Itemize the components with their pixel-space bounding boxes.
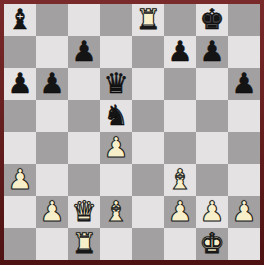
- square-f2[interactable]: ♟: [164, 196, 196, 228]
- piece-black-bishop[interactable]: ♝: [4, 4, 36, 36]
- square-g5[interactable]: [196, 100, 228, 132]
- square-b1[interactable]: [36, 228, 68, 260]
- piece-white-pawn[interactable]: ♟: [4, 164, 36, 196]
- square-d2[interactable]: ♝: [100, 196, 132, 228]
- square-h1[interactable]: [228, 228, 260, 260]
- square-e7[interactable]: [132, 36, 164, 68]
- square-f8[interactable]: [164, 4, 196, 36]
- square-b6[interactable]: ♟: [36, 68, 68, 100]
- square-e3[interactable]: [132, 164, 164, 196]
- square-e4[interactable]: [132, 132, 164, 164]
- square-b2[interactable]: ♟: [36, 196, 68, 228]
- chess-board: ♝♜♚♟♟♟♟♟♛♟♞♟♟♝♟♛♝♟♟♟♜♚: [4, 4, 260, 260]
- square-g1[interactable]: ♚: [196, 228, 228, 260]
- square-e2[interactable]: [132, 196, 164, 228]
- square-b8[interactable]: [36, 4, 68, 36]
- piece-white-queen[interactable]: ♛: [68, 196, 100, 228]
- square-a7[interactable]: [4, 36, 36, 68]
- square-g8[interactable]: ♚: [196, 4, 228, 36]
- piece-white-pawn[interactable]: ♟: [196, 196, 228, 228]
- piece-black-pawn[interactable]: ♟: [36, 68, 68, 100]
- square-f1[interactable]: [164, 228, 196, 260]
- square-c5[interactable]: [68, 100, 100, 132]
- piece-white-rook[interactable]: ♜: [68, 228, 100, 260]
- square-c3[interactable]: [68, 164, 100, 196]
- square-g7[interactable]: ♟: [196, 36, 228, 68]
- square-e8[interactable]: ♜: [132, 4, 164, 36]
- square-d1[interactable]: [100, 228, 132, 260]
- square-d8[interactable]: [100, 4, 132, 36]
- square-b4[interactable]: [36, 132, 68, 164]
- piece-white-king[interactable]: ♚: [196, 228, 228, 260]
- square-e5[interactable]: [132, 100, 164, 132]
- square-h4[interactable]: [228, 132, 260, 164]
- square-d5[interactable]: ♞: [100, 100, 132, 132]
- square-b3[interactable]: [36, 164, 68, 196]
- square-c2[interactable]: ♛: [68, 196, 100, 228]
- piece-black-pawn[interactable]: ♟: [228, 68, 260, 100]
- square-h7[interactable]: [228, 36, 260, 68]
- square-g3[interactable]: [196, 164, 228, 196]
- square-a1[interactable]: [4, 228, 36, 260]
- square-f7[interactable]: ♟: [164, 36, 196, 68]
- square-f6[interactable]: [164, 68, 196, 100]
- square-b7[interactable]: [36, 36, 68, 68]
- square-g6[interactable]: [196, 68, 228, 100]
- square-b5[interactable]: [36, 100, 68, 132]
- square-d6[interactable]: ♛: [100, 68, 132, 100]
- square-h6[interactable]: ♟: [228, 68, 260, 100]
- piece-white-pawn[interactable]: ♟: [36, 196, 68, 228]
- square-g2[interactable]: ♟: [196, 196, 228, 228]
- square-d3[interactable]: [100, 164, 132, 196]
- square-d4[interactable]: ♟: [100, 132, 132, 164]
- square-h8[interactable]: [228, 4, 260, 36]
- square-h2[interactable]: ♟: [228, 196, 260, 228]
- piece-white-pawn[interactable]: ♟: [100, 132, 132, 164]
- piece-white-bishop[interactable]: ♝: [100, 196, 132, 228]
- square-h5[interactable]: [228, 100, 260, 132]
- square-h3[interactable]: [228, 164, 260, 196]
- square-g4[interactable]: [196, 132, 228, 164]
- square-c6[interactable]: [68, 68, 100, 100]
- piece-black-pawn[interactable]: ♟: [164, 36, 196, 68]
- square-e1[interactable]: [132, 228, 164, 260]
- square-f5[interactable]: [164, 100, 196, 132]
- piece-black-pawn[interactable]: ♟: [196, 36, 228, 68]
- square-c8[interactable]: [68, 4, 100, 36]
- piece-white-bishop[interactable]: ♝: [164, 164, 196, 196]
- piece-white-rook[interactable]: ♜: [132, 4, 164, 36]
- square-a2[interactable]: [4, 196, 36, 228]
- piece-white-pawn[interactable]: ♟: [228, 196, 260, 228]
- piece-black-queen[interactable]: ♛: [100, 68, 132, 100]
- square-c4[interactable]: [68, 132, 100, 164]
- square-d7[interactable]: [100, 36, 132, 68]
- square-c1[interactable]: ♜: [68, 228, 100, 260]
- square-a4[interactable]: [4, 132, 36, 164]
- square-a3[interactable]: ♟: [4, 164, 36, 196]
- square-a5[interactable]: [4, 100, 36, 132]
- square-e6[interactable]: [132, 68, 164, 100]
- piece-black-pawn[interactable]: ♟: [4, 68, 36, 100]
- square-a8[interactable]: ♝: [4, 4, 36, 36]
- board-frame: ♝♜♚♟♟♟♟♟♛♟♞♟♟♝♟♛♝♟♟♟♜♚: [0, 0, 264, 265]
- piece-black-pawn[interactable]: ♟: [68, 36, 100, 68]
- square-c7[interactable]: ♟: [68, 36, 100, 68]
- piece-black-knight[interactable]: ♞: [100, 100, 132, 132]
- piece-black-king[interactable]: ♚: [196, 4, 228, 36]
- piece-white-pawn[interactable]: ♟: [164, 196, 196, 228]
- square-f4[interactable]: [164, 132, 196, 164]
- square-f3[interactable]: ♝: [164, 164, 196, 196]
- square-a6[interactable]: ♟: [4, 68, 36, 100]
